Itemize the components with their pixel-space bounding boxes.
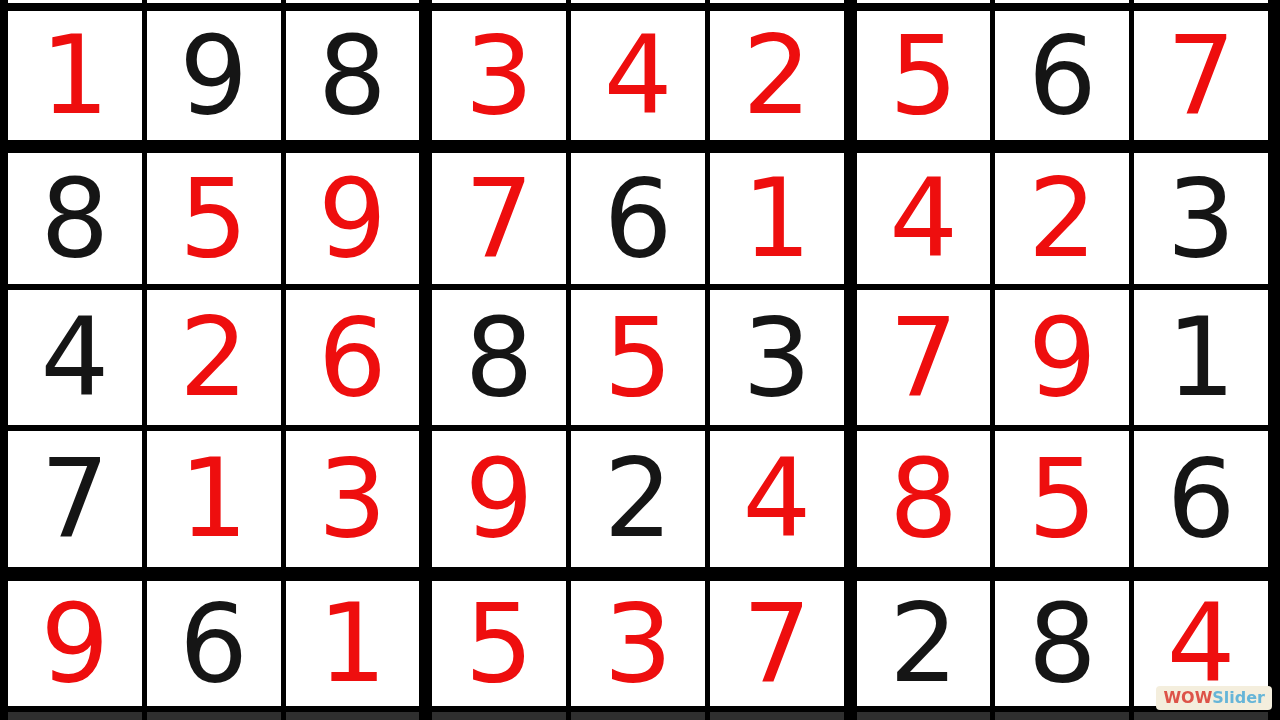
cell-r5c1[interactable]: 9 bbox=[8, 581, 142, 706]
cell-r4c9[interactable]: 6 bbox=[1134, 431, 1268, 567]
cell-r2c8[interactable]: 2 bbox=[995, 153, 1129, 284]
watermark-wow-text: WOW bbox=[1163, 688, 1212, 707]
cell-r5c7[interactable]: 2 bbox=[857, 581, 991, 706]
cell-r3c9[interactable]: 1 bbox=[1134, 290, 1268, 425]
cell-r1c6[interactable]: 2 bbox=[710, 11, 844, 140]
partial-cell-bottom-c8 bbox=[995, 712, 1129, 720]
cell-r2c7[interactable]: 4 bbox=[857, 153, 991, 284]
partial-cell-top-c4 bbox=[432, 0, 566, 3]
partial-cell-bottom-c6 bbox=[710, 712, 844, 720]
cell-r3c7[interactable]: 7 bbox=[857, 290, 991, 425]
cell-r5c4[interactable]: 5 bbox=[432, 581, 566, 706]
cell-r1c3[interactable]: 8 bbox=[286, 11, 420, 140]
cell-r1c4[interactable]: 3 bbox=[432, 11, 566, 140]
cell-r4c3[interactable]: 3 bbox=[286, 431, 420, 567]
cell-r5c2[interactable]: 6 bbox=[147, 581, 281, 706]
partial-cell-top-c1 bbox=[8, 0, 142, 3]
cell-r4c5[interactable]: 2 bbox=[571, 431, 705, 567]
wowslider-watermark[interactable]: WOWSlider bbox=[1156, 686, 1272, 710]
cell-r2c2[interactable]: 5 bbox=[147, 153, 281, 284]
cell-r4c2[interactable]: 1 bbox=[147, 431, 281, 567]
cell-r3c4[interactable]: 8 bbox=[432, 290, 566, 425]
cell-r4c4[interactable]: 9 bbox=[432, 431, 566, 567]
partial-cell-bottom-c3 bbox=[286, 712, 420, 720]
partial-cell-top-c2 bbox=[147, 0, 281, 3]
cell-r3c1[interactable]: 4 bbox=[8, 290, 142, 425]
cell-r5c6[interactable]: 7 bbox=[710, 581, 844, 706]
cell-r2c9[interactable]: 3 bbox=[1134, 153, 1268, 284]
cell-r1c5[interactable]: 4 bbox=[571, 11, 705, 140]
cell-r3c6[interactable]: 3 bbox=[710, 290, 844, 425]
partial-cell-bottom-c1 bbox=[8, 712, 142, 720]
cell-r2c5[interactable]: 6 bbox=[571, 153, 705, 284]
cell-r2c3[interactable]: 9 bbox=[286, 153, 420, 284]
cell-r2c6[interactable]: 1 bbox=[710, 153, 844, 284]
cell-r3c3[interactable]: 6 bbox=[286, 290, 420, 425]
partial-cell-top-c9 bbox=[1134, 0, 1268, 3]
cell-r1c2[interactable]: 9 bbox=[147, 11, 281, 140]
cell-r4c1[interactable]: 7 bbox=[8, 431, 142, 567]
cell-r2c4[interactable]: 7 bbox=[432, 153, 566, 284]
partial-cell-bottom-c9 bbox=[1134, 712, 1268, 720]
cell-r3c8[interactable]: 9 bbox=[995, 290, 1129, 425]
partial-cell-top-c7 bbox=[857, 0, 991, 3]
cell-r4c6[interactable]: 4 bbox=[710, 431, 844, 567]
partial-cell-bottom-c4 bbox=[432, 712, 566, 720]
cell-r4c8[interactable]: 5 bbox=[995, 431, 1129, 567]
cell-r1c7[interactable]: 5 bbox=[857, 11, 991, 140]
screenshot-stage: 1983425678597614234268537917139248569615… bbox=[0, 0, 1280, 720]
cell-r4c7[interactable]: 8 bbox=[857, 431, 991, 567]
cell-r1c9[interactable]: 7 bbox=[1134, 11, 1268, 140]
partial-cell-top-c8 bbox=[995, 0, 1129, 3]
cell-r5c3[interactable]: 1 bbox=[286, 581, 420, 706]
cell-r1c1[interactable]: 1 bbox=[8, 11, 142, 140]
cell-r3c2[interactable]: 2 bbox=[147, 290, 281, 425]
cell-r3c5[interactable]: 5 bbox=[571, 290, 705, 425]
cell-r1c8[interactable]: 6 bbox=[995, 11, 1129, 140]
partial-cell-top-c3 bbox=[286, 0, 420, 3]
partial-cell-bottom-c5 bbox=[571, 712, 705, 720]
cell-r5c5[interactable]: 3 bbox=[571, 581, 705, 706]
sudoku-board: 1983425678597614234268537917139248569615… bbox=[0, 0, 1280, 720]
watermark-slider-text: Slider bbox=[1212, 688, 1265, 707]
partial-cell-top-c5 bbox=[571, 0, 705, 3]
cell-r2c1[interactable]: 8 bbox=[8, 153, 142, 284]
partial-cell-bottom-c2 bbox=[147, 712, 281, 720]
partial-cell-bottom-c7 bbox=[857, 712, 991, 720]
partial-cell-top-c6 bbox=[710, 0, 844, 3]
cell-r5c8[interactable]: 8 bbox=[995, 581, 1129, 706]
